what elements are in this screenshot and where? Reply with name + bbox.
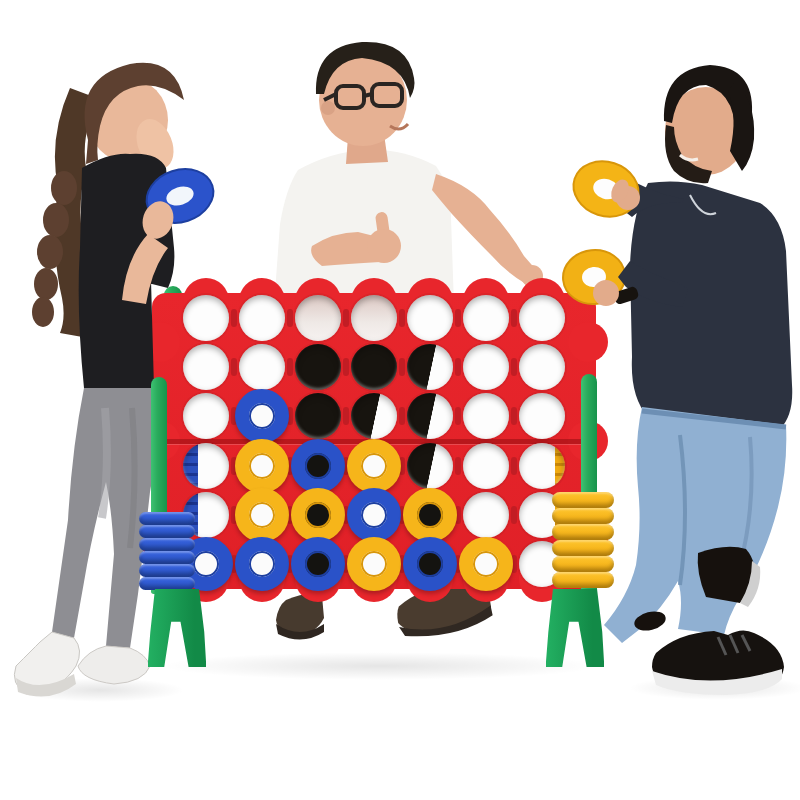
cell-r2-c6[interactable] xyxy=(458,342,514,391)
cell-r1-c2[interactable] xyxy=(234,293,290,342)
blue-stack-ring xyxy=(139,551,195,564)
blue-ring xyxy=(347,488,401,542)
cell-r6-c4[interactable] xyxy=(346,540,402,589)
hole xyxy=(295,443,341,489)
hole xyxy=(463,295,509,341)
blue-stack-ring xyxy=(139,564,195,577)
hole xyxy=(351,443,397,489)
figure-man-right xyxy=(530,55,800,705)
cell-r4-c2[interactable] xyxy=(234,441,290,490)
hole xyxy=(407,443,453,489)
cell-r5-c2[interactable] xyxy=(234,490,290,539)
hole xyxy=(239,393,285,439)
hole xyxy=(463,541,509,587)
cell-r4-c5[interactable] xyxy=(402,441,458,490)
hole xyxy=(351,295,397,341)
hole xyxy=(463,393,509,439)
man-right-lower-hand xyxy=(593,280,619,306)
hole xyxy=(295,344,341,390)
cell-r1-c3[interactable] xyxy=(290,293,346,342)
cell-r1-c4[interactable] xyxy=(346,293,402,342)
yellow-ring xyxy=(459,537,513,591)
cell-r2-c2[interactable] xyxy=(234,342,290,391)
cell-r6-c6[interactable] xyxy=(458,540,514,589)
hole xyxy=(295,393,341,439)
cell-r3-c4[interactable] xyxy=(346,392,402,441)
cell-r1-c6[interactable] xyxy=(458,293,514,342)
man-center-ear xyxy=(321,101,335,115)
woman-back-sneaker xyxy=(78,646,150,684)
yellow-ring xyxy=(291,488,345,542)
hole xyxy=(463,443,509,489)
man-right-shirt xyxy=(630,181,792,429)
hole xyxy=(295,295,341,341)
product-photo-scene xyxy=(0,0,800,800)
hole xyxy=(295,541,341,587)
hole xyxy=(407,541,453,587)
hole xyxy=(407,393,453,439)
blue-ring xyxy=(291,439,345,493)
yellow-ring xyxy=(347,439,401,493)
hole xyxy=(407,492,453,538)
hole xyxy=(463,492,509,538)
hole xyxy=(239,344,285,390)
man-right-jeans xyxy=(604,407,786,643)
hole xyxy=(351,393,397,439)
hole xyxy=(295,492,341,538)
man-center-fist xyxy=(367,229,401,263)
cell-r6-c2[interactable] xyxy=(234,540,290,589)
cell-r5-c6[interactable] xyxy=(458,490,514,539)
hole xyxy=(463,344,509,390)
hole xyxy=(239,295,285,341)
cell-r4-c6[interactable] xyxy=(458,441,514,490)
cell-r5-c4[interactable] xyxy=(346,490,402,539)
hole xyxy=(351,344,397,390)
cell-r2-c3[interactable] xyxy=(290,342,346,391)
cell-r4-c4[interactable] xyxy=(346,441,402,490)
blue-ring xyxy=(291,537,345,591)
yellow-ring xyxy=(403,488,457,542)
cell-r4-c3[interactable] xyxy=(290,441,346,490)
yellow-ring xyxy=(347,537,401,591)
cell-r2-c4[interactable] xyxy=(346,342,402,391)
cell-r3-c2[interactable] xyxy=(234,392,290,441)
blue-stack-ring xyxy=(139,512,195,525)
blue-ring-stack xyxy=(139,512,195,590)
yellow-ring xyxy=(235,439,289,493)
cell-r6-c3[interactable] xyxy=(290,540,346,589)
cell-r3-c6[interactable] xyxy=(458,392,514,441)
hole xyxy=(351,541,397,587)
blue-ring xyxy=(235,389,289,443)
blue-stack-ring xyxy=(139,525,195,538)
hole xyxy=(239,541,285,587)
blue-stack-ring xyxy=(139,538,195,551)
cell-r5-c5[interactable] xyxy=(402,490,458,539)
cell-r5-c3[interactable] xyxy=(290,490,346,539)
cell-r3-c5[interactable] xyxy=(402,392,458,441)
cell-r1-c5[interactable] xyxy=(402,293,458,342)
hole xyxy=(239,492,285,538)
blue-ring xyxy=(235,537,289,591)
blue-stack-ring xyxy=(139,577,195,590)
yellow-ring xyxy=(235,488,289,542)
cell-r2-c5[interactable] xyxy=(402,342,458,391)
hole xyxy=(407,295,453,341)
hole xyxy=(351,492,397,538)
hole xyxy=(239,443,285,489)
cell-r6-c5[interactable] xyxy=(402,540,458,589)
hole xyxy=(407,344,453,390)
blue-ring xyxy=(403,537,457,591)
cell-r3-c3[interactable] xyxy=(290,392,346,441)
